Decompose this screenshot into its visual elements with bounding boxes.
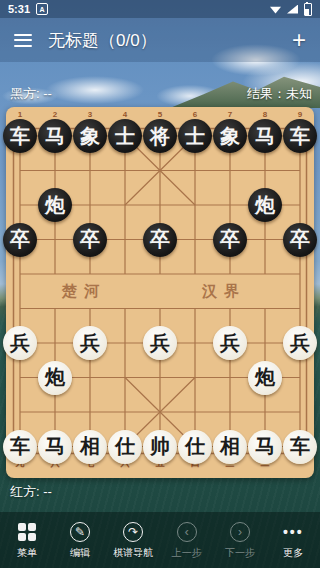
river-label-han: 汉界 <box>202 282 246 301</box>
piece-red-相[interactable]: 相 <box>73 430 107 464</box>
file-label-top: 5 <box>153 110 167 119</box>
black-player-label: 黑方: -- <box>10 85 52 103</box>
menu-grid-icon <box>18 521 36 543</box>
bottom-nav: 菜单✎编辑↷棋谱导航‹上一步›下一步•••更多 <box>0 512 320 568</box>
piece-red-炮[interactable]: 炮 <box>38 361 72 395</box>
nav-item-more[interactable]: •••更多 <box>273 521 313 560</box>
piece-black-炮[interactable]: 炮 <box>38 188 72 222</box>
file-label-top: 7 <box>223 110 237 119</box>
nav-item-label: 棋谱导航 <box>113 546 153 560</box>
piece-black-士[interactable]: 士 <box>178 119 212 153</box>
piece-red-马[interactable]: 马 <box>248 430 282 464</box>
piece-red-炮[interactable]: 炮 <box>248 361 282 395</box>
file-label-top: 3 <box>83 110 97 119</box>
signal-icon <box>287 5 298 14</box>
nav-item-label: 下一步 <box>225 546 255 560</box>
piece-black-象[interactable]: 象 <box>213 119 247 153</box>
piece-black-卒[interactable]: 卒 <box>73 223 107 257</box>
piece-red-兵[interactable]: 兵 <box>213 326 247 360</box>
nav-item-game-record-nav[interactable]: ↷棋谱导航 <box>113 521 153 560</box>
file-label-top: 8 <box>258 110 272 119</box>
river-label-chu: 楚河 <box>62 282 106 301</box>
piece-red-车[interactable]: 车 <box>283 430 317 464</box>
piece-black-卒[interactable]: 卒 <box>213 223 247 257</box>
piece-red-仕[interactable]: 仕 <box>108 430 142 464</box>
piece-black-车[interactable]: 车 <box>283 119 317 153</box>
info-row: 黑方: -- 结果：未知 <box>10 85 312 103</box>
nav-item-label: 上一步 <box>172 546 202 560</box>
piece-red-仕[interactable]: 仕 <box>178 430 212 464</box>
nav-item-label: 更多 <box>283 546 303 560</box>
hamburger-menu-icon[interactable] <box>14 34 32 47</box>
piece-black-将[interactable]: 将 <box>143 119 177 153</box>
screen: 5:31 A 无标题（0/0） + 黑方: -- 结果：未知 楚河 汉界 123… <box>0 0 320 568</box>
nav-item-label: 编辑 <box>70 546 90 560</box>
piece-black-士[interactable]: 士 <box>108 119 142 153</box>
file-label-top: 9 <box>293 110 307 119</box>
plus-icon[interactable]: + <box>292 28 306 52</box>
nav-item-edit[interactable]: ✎编辑 <box>60 521 100 560</box>
piece-red-相[interactable]: 相 <box>213 430 247 464</box>
piece-black-车[interactable]: 车 <box>3 119 37 153</box>
nav-item-menu-grid[interactable]: 菜单 <box>7 521 47 560</box>
piece-black-卒[interactable]: 卒 <box>3 223 37 257</box>
red-player-label: 红方: -- <box>10 483 52 501</box>
more-icon: ••• <box>283 521 304 543</box>
nav-item-prev-step: ‹上一步 <box>167 521 207 560</box>
wifi-icon <box>270 5 281 14</box>
piece-red-兵[interactable]: 兵 <box>3 326 37 360</box>
status-bar: 5:31 A <box>0 0 320 18</box>
xiangqi-board[interactable]: 楚河 汉界 123456789 九八七六五四三二一 车马象士将士象马车炮炮卒卒卒… <box>6 107 314 478</box>
page-title: 无标题（0/0） <box>48 29 276 52</box>
piece-black-卒[interactable]: 卒 <box>283 223 317 257</box>
result-label: 结果：未知 <box>247 85 312 103</box>
file-label-top: 1 <box>13 110 27 119</box>
piece-black-马[interactable]: 马 <box>38 119 72 153</box>
file-label-top: 6 <box>188 110 202 119</box>
next-step-icon: › <box>230 521 250 543</box>
nav-item-label: 菜单 <box>17 546 37 560</box>
piece-red-兵[interactable]: 兵 <box>73 326 107 360</box>
file-label-top: 2 <box>48 110 62 119</box>
piece-red-车[interactable]: 车 <box>3 430 37 464</box>
piece-black-炮[interactable]: 炮 <box>248 188 282 222</box>
piece-black-卒[interactable]: 卒 <box>143 223 177 257</box>
piece-red-马[interactable]: 马 <box>38 430 72 464</box>
file-label-top: 4 <box>118 110 132 119</box>
battery-icon <box>304 3 312 16</box>
piece-red-兵[interactable]: 兵 <box>283 326 317 360</box>
prev-step-icon: ‹ <box>177 521 197 543</box>
edit-icon: ✎ <box>70 521 90 543</box>
board-grid-lines <box>6 107 314 478</box>
notification-icon: A <box>36 3 48 15</box>
game-record-nav-icon: ↷ <box>123 521 143 543</box>
piece-black-象[interactable]: 象 <box>73 119 107 153</box>
piece-red-兵[interactable]: 兵 <box>143 326 177 360</box>
nav-item-next-step: ›下一步 <box>220 521 260 560</box>
clock: 5:31 <box>8 3 30 15</box>
piece-red-帅[interactable]: 帅 <box>143 430 177 464</box>
piece-black-马[interactable]: 马 <box>248 119 282 153</box>
app-bar: 无标题（0/0） + <box>0 18 320 62</box>
